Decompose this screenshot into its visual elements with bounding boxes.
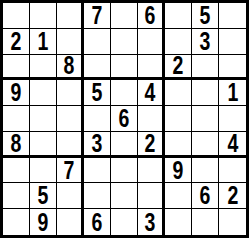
cell-r2c8: 3 bbox=[192, 29, 219, 55]
cell-r9c6: 3 bbox=[138, 209, 165, 235]
cell-r3c7: 2 bbox=[165, 55, 192, 81]
cell-r9c8[interactable] bbox=[192, 209, 219, 235]
cell-r3c1[interactable] bbox=[3, 55, 30, 81]
cell-r1c3[interactable] bbox=[57, 3, 84, 29]
cell-r7c6[interactable] bbox=[138, 158, 165, 184]
cell-r6c6: 2 bbox=[138, 132, 165, 158]
cell-r2c7[interactable] bbox=[165, 29, 192, 55]
cell-r7c7: 9 bbox=[165, 158, 192, 184]
cell-r4c7[interactable] bbox=[165, 80, 192, 106]
cell-r5c9[interactable] bbox=[219, 106, 246, 132]
cell-r6c2[interactable] bbox=[30, 132, 57, 158]
cell-r2c5[interactable] bbox=[111, 29, 138, 55]
given-digit: 6 bbox=[92, 210, 103, 235]
cell-r2c9[interactable] bbox=[219, 29, 246, 55]
cell-r4c5[interactable] bbox=[111, 80, 138, 106]
cell-r3c6[interactable] bbox=[138, 55, 165, 81]
cell-r4c1: 9 bbox=[3, 80, 30, 106]
cell-r5c2[interactable] bbox=[30, 106, 57, 132]
cell-r9c3[interactable] bbox=[57, 209, 84, 235]
cell-r3c5[interactable] bbox=[111, 55, 138, 81]
given-digit: 6 bbox=[200, 183, 211, 208]
cell-r3c3: 8 bbox=[57, 55, 84, 81]
cell-r7c2[interactable] bbox=[30, 158, 57, 184]
cell-r6c3[interactable] bbox=[57, 132, 84, 158]
cell-r2c3[interactable] bbox=[57, 29, 84, 55]
cell-r1c7[interactable] bbox=[165, 3, 192, 29]
cell-r4c3[interactable] bbox=[57, 80, 84, 106]
given-digit: 5 bbox=[92, 80, 103, 105]
given-digit: 1 bbox=[38, 29, 49, 54]
given-digit: 4 bbox=[227, 132, 238, 156]
cell-r5c6[interactable] bbox=[138, 106, 165, 132]
given-digit: 9 bbox=[38, 210, 49, 235]
cell-r7c1[interactable] bbox=[3, 158, 30, 184]
cell-r6c5[interactable] bbox=[111, 132, 138, 158]
given-digit: 1 bbox=[227, 80, 238, 105]
cell-r8c5[interactable] bbox=[111, 183, 138, 209]
cell-r8c8: 6 bbox=[192, 183, 219, 209]
given-digit: 3 bbox=[92, 132, 103, 156]
given-digit: 4 bbox=[145, 80, 156, 105]
given-digit: 6 bbox=[119, 106, 130, 131]
cell-r8c3[interactable] bbox=[57, 183, 84, 209]
given-digit: 3 bbox=[200, 29, 211, 54]
cell-r1c6: 6 bbox=[138, 3, 165, 29]
given-digit: 2 bbox=[11, 29, 22, 54]
cell-r2c1: 2 bbox=[3, 29, 30, 55]
cell-r8c2: 5 bbox=[30, 183, 57, 209]
cell-r5c8[interactable] bbox=[192, 106, 219, 132]
cell-r8c9: 2 bbox=[219, 183, 246, 209]
given-digit: 2 bbox=[227, 183, 238, 208]
cell-r7c5[interactable] bbox=[111, 158, 138, 184]
given-digit: 5 bbox=[200, 3, 211, 28]
cell-r2c6[interactable] bbox=[138, 29, 165, 55]
cell-r3c2[interactable] bbox=[30, 55, 57, 81]
cell-r9c1[interactable] bbox=[3, 209, 30, 235]
cell-r9c9[interactable] bbox=[219, 209, 246, 235]
cell-r4c2[interactable] bbox=[30, 80, 57, 106]
cell-r5c5: 6 bbox=[111, 106, 138, 132]
cell-r5c7[interactable] bbox=[165, 106, 192, 132]
cell-r6c7[interactable] bbox=[165, 132, 192, 158]
cell-r7c3: 7 bbox=[57, 158, 84, 184]
given-digit: 8 bbox=[11, 132, 22, 156]
cell-r6c8[interactable] bbox=[192, 132, 219, 158]
cell-r2c2: 1 bbox=[30, 29, 57, 55]
cell-r9c4: 6 bbox=[84, 209, 111, 235]
cell-r1c5[interactable] bbox=[111, 3, 138, 29]
cell-r1c2[interactable] bbox=[30, 3, 57, 29]
cell-r9c5[interactable] bbox=[111, 209, 138, 235]
cell-r5c1[interactable] bbox=[3, 106, 30, 132]
cell-r5c3[interactable] bbox=[57, 106, 84, 132]
cell-r1c1[interactable] bbox=[3, 3, 30, 29]
cell-r9c7[interactable] bbox=[165, 209, 192, 235]
cell-r6c1: 8 bbox=[3, 132, 30, 158]
sudoku-board: 7652138295416832479562963 bbox=[0, 0, 249, 238]
cell-r7c4[interactable] bbox=[84, 158, 111, 184]
cell-r9c2: 9 bbox=[30, 209, 57, 235]
cell-r1c9[interactable] bbox=[219, 3, 246, 29]
given-digit: 2 bbox=[173, 55, 184, 79]
cell-r2c4[interactable] bbox=[84, 29, 111, 55]
cell-r3c4[interactable] bbox=[84, 55, 111, 81]
cell-r3c8[interactable] bbox=[192, 55, 219, 81]
cell-r5c4[interactable] bbox=[84, 106, 111, 132]
cell-r7c9[interactable] bbox=[219, 158, 246, 184]
cell-r1c4: 7 bbox=[84, 3, 111, 29]
given-digit: 7 bbox=[92, 3, 103, 28]
given-digit: 5 bbox=[38, 183, 49, 208]
cell-r3c9[interactable] bbox=[219, 55, 246, 81]
cell-r6c4: 3 bbox=[84, 132, 111, 158]
cell-r8c7[interactable] bbox=[165, 183, 192, 209]
given-digit: 7 bbox=[64, 158, 75, 183]
given-digit: 3 bbox=[145, 210, 156, 235]
given-digit: 6 bbox=[145, 3, 156, 28]
given-digit: 9 bbox=[173, 158, 184, 183]
cell-r1c8: 5 bbox=[192, 3, 219, 29]
cell-r6c9: 4 bbox=[219, 132, 246, 158]
given-digit: 2 bbox=[145, 132, 156, 156]
given-digit: 9 bbox=[11, 80, 22, 105]
cell-r4c4: 5 bbox=[84, 80, 111, 106]
cell-r8c4[interactable] bbox=[84, 183, 111, 209]
cell-r7c8[interactable] bbox=[192, 158, 219, 184]
given-digit: 8 bbox=[64, 55, 75, 79]
cell-r4c8[interactable] bbox=[192, 80, 219, 106]
cell-r8c1[interactable] bbox=[3, 183, 30, 209]
cell-r4c6: 4 bbox=[138, 80, 165, 106]
cell-r8c6[interactable] bbox=[138, 183, 165, 209]
cell-r4c9: 1 bbox=[219, 80, 246, 106]
